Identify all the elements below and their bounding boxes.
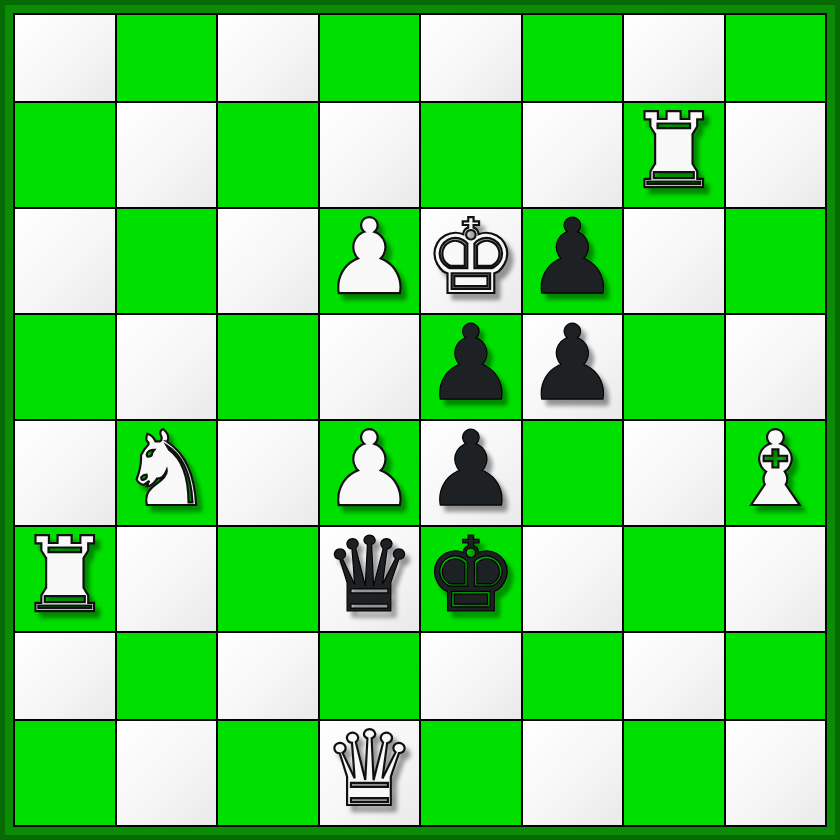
square-b7[interactable] (116, 102, 218, 208)
square-f8[interactable] (522, 14, 624, 102)
square-f2[interactable] (522, 632, 624, 720)
square-d7[interactable] (319, 102, 421, 208)
square-g6[interactable] (623, 208, 725, 314)
square-b8[interactable] (116, 14, 218, 102)
square-h8[interactable] (725, 14, 827, 102)
square-g3[interactable] (623, 526, 725, 632)
square-c4[interactable] (217, 420, 319, 526)
square-b5[interactable] (116, 314, 218, 420)
black-king-e3[interactable]: ♚ (424, 523, 517, 627)
square-d4[interactable]: ♟ (319, 420, 421, 526)
square-b2[interactable] (116, 632, 218, 720)
white-bishop-h4[interactable]: ♝ (729, 417, 822, 521)
white-rook-g7[interactable]: ♜ (627, 99, 720, 203)
square-c2[interactable] (217, 632, 319, 720)
white-knight-b4[interactable]: ♞ (120, 417, 213, 521)
square-a4[interactable] (14, 420, 116, 526)
white-pawn-d4[interactable]: ♟ (323, 417, 416, 521)
square-h7[interactable] (725, 102, 827, 208)
black-pawn-f6[interactable]: ♟ (526, 205, 619, 309)
white-king-e6[interactable]: ♚ (424, 205, 517, 309)
square-a8[interactable] (14, 14, 116, 102)
square-e8[interactable] (420, 14, 522, 102)
white-queen-d1[interactable]: ♛ (323, 717, 416, 821)
square-b6[interactable] (116, 208, 218, 314)
square-h4[interactable]: ♝ (725, 420, 827, 526)
board-frame: ♜♟♚♟♟♟♞♟♟♝♜♛♚♛ (0, 0, 840, 840)
white-pawn-d6[interactable]: ♟ (323, 205, 416, 309)
square-d3[interactable]: ♛ (319, 526, 421, 632)
square-h5[interactable] (725, 314, 827, 420)
square-a2[interactable] (14, 632, 116, 720)
square-f4[interactable] (522, 420, 624, 526)
square-b3[interactable] (116, 526, 218, 632)
square-c7[interactable] (217, 102, 319, 208)
square-a5[interactable] (14, 314, 116, 420)
square-g7[interactable]: ♜ (623, 102, 725, 208)
square-c1[interactable] (217, 720, 319, 826)
square-e6[interactable]: ♚ (420, 208, 522, 314)
square-d8[interactable] (319, 14, 421, 102)
square-a3[interactable]: ♜ (14, 526, 116, 632)
square-e1[interactable] (420, 720, 522, 826)
square-f7[interactable] (522, 102, 624, 208)
square-h6[interactable] (725, 208, 827, 314)
black-queen-d3[interactable]: ♛ (323, 523, 416, 627)
black-pawn-e5[interactable]: ♟ (424, 311, 517, 415)
white-rook-a3[interactable]: ♜ (18, 523, 111, 627)
chess-board: ♜♟♚♟♟♟♞♟♟♝♜♛♚♛ (13, 13, 827, 827)
square-a1[interactable] (14, 720, 116, 826)
square-g1[interactable] (623, 720, 725, 826)
square-f1[interactable] (522, 720, 624, 826)
square-b4[interactable]: ♞ (116, 420, 218, 526)
square-h1[interactable] (725, 720, 827, 826)
square-e4[interactable]: ♟ (420, 420, 522, 526)
square-a7[interactable] (14, 102, 116, 208)
square-g2[interactable] (623, 632, 725, 720)
square-d5[interactable] (319, 314, 421, 420)
square-a6[interactable] (14, 208, 116, 314)
square-d1[interactable]: ♛ (319, 720, 421, 826)
square-h3[interactable] (725, 526, 827, 632)
square-g4[interactable] (623, 420, 725, 526)
square-e7[interactable] (420, 102, 522, 208)
square-e2[interactable] (420, 632, 522, 720)
square-g8[interactable] (623, 14, 725, 102)
square-h2[interactable] (725, 632, 827, 720)
square-c5[interactable] (217, 314, 319, 420)
black-pawn-e4[interactable]: ♟ (424, 417, 517, 521)
square-f6[interactable]: ♟ (522, 208, 624, 314)
square-g5[interactable] (623, 314, 725, 420)
square-c3[interactable] (217, 526, 319, 632)
square-e3[interactable]: ♚ (420, 526, 522, 632)
square-d2[interactable] (319, 632, 421, 720)
black-pawn-f5[interactable]: ♟ (526, 311, 619, 415)
square-c8[interactable] (217, 14, 319, 102)
square-f5[interactable]: ♟ (522, 314, 624, 420)
square-c6[interactable] (217, 208, 319, 314)
square-b1[interactable] (116, 720, 218, 826)
square-f3[interactable] (522, 526, 624, 632)
square-d6[interactable]: ♟ (319, 208, 421, 314)
square-e5[interactable]: ♟ (420, 314, 522, 420)
